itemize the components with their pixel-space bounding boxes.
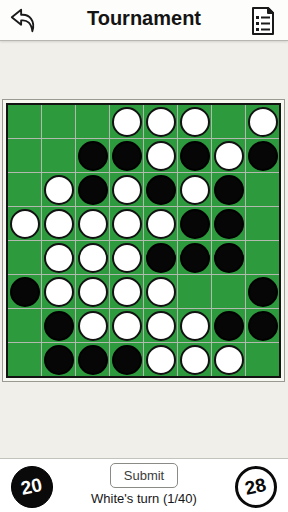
top-bar: Tournament (0, 0, 288, 41)
cell-b5[interactable] (42, 241, 75, 274)
cell-d4[interactable] (110, 207, 143, 240)
cell-f2[interactable] (178, 139, 211, 172)
cell-g4[interactable] (212, 207, 245, 240)
cell-h1[interactable] (246, 105, 279, 138)
cell-h3[interactable] (246, 173, 279, 206)
white-disc (146, 209, 176, 239)
white-disc (146, 141, 176, 171)
white-disc (44, 243, 74, 273)
cell-a7[interactable] (8, 309, 41, 342)
cell-b3[interactable] (42, 173, 75, 206)
black-disc (78, 141, 108, 171)
page-title: Tournament (0, 7, 288, 30)
cell-d3[interactable] (110, 173, 143, 206)
cell-h7[interactable] (246, 309, 279, 342)
black-disc (214, 175, 244, 205)
white-disc (44, 209, 74, 239)
cell-g1[interactable] (212, 105, 245, 138)
white-disc (146, 277, 176, 307)
black-disc (78, 345, 108, 375)
cell-c8[interactable] (76, 343, 109, 376)
white-disc (78, 277, 108, 307)
cell-d2[interactable] (110, 139, 143, 172)
black-disc (146, 175, 176, 205)
white-disc (112, 277, 142, 307)
cell-a3[interactable] (8, 173, 41, 206)
cell-b7[interactable] (42, 309, 75, 342)
black-disc (214, 209, 244, 239)
black-disc (146, 243, 176, 273)
white-disc (214, 141, 244, 171)
cell-a8[interactable] (8, 343, 41, 376)
turn-status: White's turn (1/40) (91, 491, 197, 506)
black-disc (180, 209, 210, 239)
submit-button[interactable]: Submit (110, 463, 178, 488)
white-disc (180, 311, 210, 341)
cell-e7[interactable] (144, 309, 177, 342)
game-log-button[interactable] (248, 4, 282, 36)
cell-c5[interactable] (76, 241, 109, 274)
white-disc (78, 311, 108, 341)
black-disc (10, 277, 40, 307)
white-score-count: 28 (243, 474, 268, 500)
black-disc (248, 141, 278, 171)
cell-a2[interactable] (8, 139, 41, 172)
cell-b1[interactable] (42, 105, 75, 138)
black-disc (248, 311, 278, 341)
cell-c7[interactable] (76, 309, 109, 342)
cell-f1[interactable] (178, 105, 211, 138)
white-disc (214, 345, 244, 375)
cell-a4[interactable] (8, 207, 41, 240)
white-disc (10, 209, 40, 239)
black-disc (214, 243, 244, 273)
white-disc (180, 107, 210, 137)
cell-h4[interactable] (246, 207, 279, 240)
cell-d7[interactable] (110, 309, 143, 342)
white-disc (146, 107, 176, 137)
cell-f8[interactable] (178, 343, 211, 376)
cell-g8[interactable] (212, 343, 245, 376)
cell-c1[interactable] (76, 105, 109, 138)
cell-a6[interactable] (8, 275, 41, 308)
board-grid (6, 103, 281, 378)
app: Tournament 20 Submit White's turn (1/40) (0, 0, 288, 512)
white-disc (112, 107, 142, 137)
cell-g3[interactable] (212, 173, 245, 206)
cell-e8[interactable] (144, 343, 177, 376)
cell-d8[interactable] (110, 343, 143, 376)
black-disc (248, 277, 278, 307)
cell-c2[interactable] (76, 139, 109, 172)
cell-e6[interactable] (144, 275, 177, 308)
white-disc (112, 311, 142, 341)
white-disc (180, 175, 210, 205)
cell-h6[interactable] (246, 275, 279, 308)
cell-c6[interactable] (76, 275, 109, 308)
black-disc (112, 345, 142, 375)
cell-f7[interactable] (178, 309, 211, 342)
cell-e3[interactable] (144, 173, 177, 206)
white-disc (44, 277, 74, 307)
cell-c4[interactable] (76, 207, 109, 240)
cell-c3[interactable] (76, 173, 109, 206)
cell-h8[interactable] (246, 343, 279, 376)
cell-a1[interactable] (8, 105, 41, 138)
cell-b6[interactable] (42, 275, 75, 308)
cell-e2[interactable] (144, 139, 177, 172)
white-disc (146, 311, 176, 341)
black-disc (44, 345, 74, 375)
black-disc (112, 141, 142, 171)
cell-f4[interactable] (178, 207, 211, 240)
white-disc (248, 107, 278, 137)
black-disc (214, 311, 244, 341)
white-disc (44, 175, 74, 205)
cell-f6[interactable] (178, 275, 211, 308)
white-disc (78, 209, 108, 239)
cell-b4[interactable] (42, 207, 75, 240)
cell-b2[interactable] (42, 139, 75, 172)
cell-e4[interactable] (144, 207, 177, 240)
cell-e1[interactable] (144, 105, 177, 138)
board (2, 99, 285, 382)
black-disc (180, 141, 210, 171)
cell-h5[interactable] (246, 241, 279, 274)
list-document-icon (250, 6, 276, 36)
cell-e5[interactable] (144, 241, 177, 274)
cell-g6[interactable] (212, 275, 245, 308)
black-disc (78, 175, 108, 205)
black-disc (180, 243, 210, 273)
cell-g5[interactable] (212, 241, 245, 274)
cell-g7[interactable] (212, 309, 245, 342)
white-disc (112, 209, 142, 239)
white-score-disc: 28 (235, 466, 277, 508)
cell-b8[interactable] (42, 343, 75, 376)
white-disc (112, 175, 142, 205)
white-disc (78, 243, 108, 273)
cell-d6[interactable] (110, 275, 143, 308)
white-disc (180, 345, 210, 375)
cell-f3[interactable] (178, 173, 211, 206)
cell-d1[interactable] (110, 105, 143, 138)
white-disc (112, 243, 142, 273)
white-disc (146, 345, 176, 375)
cell-g2[interactable] (212, 139, 245, 172)
cell-d5[interactable] (110, 241, 143, 274)
bottom-bar: 20 Submit White's turn (1/40) 28 (0, 458, 288, 512)
cell-a5[interactable] (8, 241, 41, 274)
black-disc (44, 311, 74, 341)
cell-h2[interactable] (246, 139, 279, 172)
cell-f5[interactable] (178, 241, 211, 274)
